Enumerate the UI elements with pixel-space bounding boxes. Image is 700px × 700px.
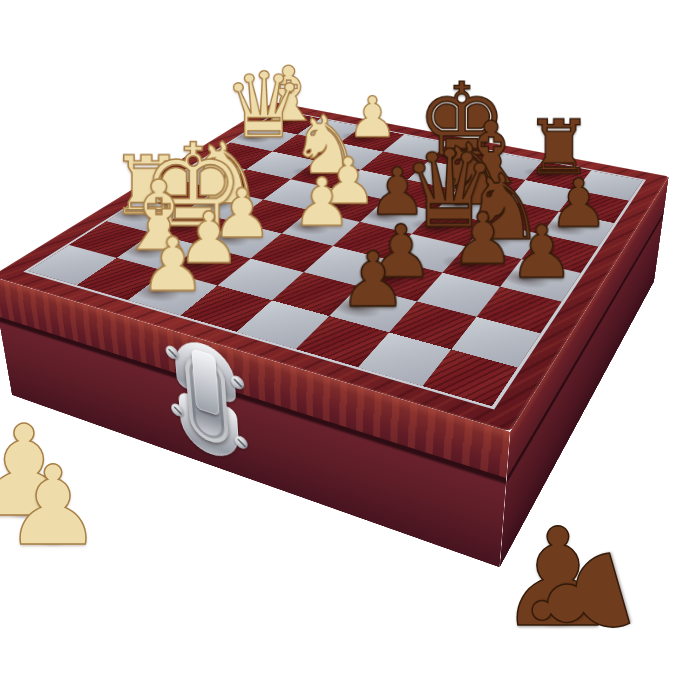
square-d1: ♟ <box>500 259 580 301</box>
screw-icon <box>165 344 179 361</box>
black-pawn-glyph: ♟ <box>339 242 407 318</box>
off-board-white-pawn-off-2: ♟ <box>4 451 103 561</box>
black-pawn-glyph: ♟ <box>509 217 574 290</box>
chess-box: ♝♟♚♜♛♝♞♞♟♟♟♛♞♞♟♟♟♜♚♟♟♝♟♟♟ <box>0 102 669 432</box>
white-pawn-glyph: ♟ <box>140 228 207 302</box>
white-pawn-glyph: ♟ <box>292 170 352 237</box>
black-pawn-glyph: ♟ <box>451 204 515 275</box>
latch-clasp <box>166 333 247 473</box>
white-pawn-glyph: ♟ <box>4 451 103 561</box>
screw-icon <box>234 434 248 451</box>
square-a6: ♟ <box>127 271 217 315</box>
